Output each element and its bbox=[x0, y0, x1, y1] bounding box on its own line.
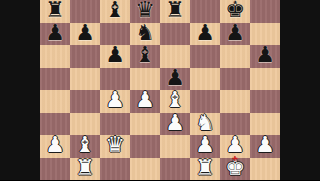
square-e8[interactable]: ♜ bbox=[160, 0, 190, 23]
piece-black-rook: ♜ bbox=[45, 0, 65, 21]
piece-black-pawn: ♟ bbox=[165, 67, 185, 89]
piece-black-bishop: ♝ bbox=[105, 0, 125, 21]
square-d4[interactable]: ♟ bbox=[130, 90, 160, 113]
square-c1[interactable] bbox=[100, 158, 130, 181]
piece-white-pawn: ♟ bbox=[135, 89, 155, 111]
piece-black-knight: ♞ bbox=[135, 22, 155, 44]
square-a7[interactable]: ♟ bbox=[40, 23, 70, 46]
square-a1[interactable] bbox=[40, 158, 70, 181]
square-h1[interactable] bbox=[250, 158, 280, 181]
square-c6[interactable]: ♟ bbox=[100, 45, 130, 68]
square-c8[interactable]: ♝ bbox=[100, 0, 130, 23]
square-a6[interactable] bbox=[40, 45, 70, 68]
piece-white-pawn: ♟ bbox=[105, 89, 125, 111]
square-g5[interactable] bbox=[220, 68, 250, 91]
letterbox-left bbox=[0, 0, 40, 180]
square-a2[interactable]: ♟ bbox=[40, 135, 70, 158]
square-g4[interactable] bbox=[220, 90, 250, 113]
square-a4[interactable] bbox=[40, 90, 70, 113]
piece-black-pawn: ♟ bbox=[225, 22, 245, 44]
piece-black-rook: ♜ bbox=[165, 0, 185, 21]
chess-board: ♜♝♛♜♚♟♟♞♟♟♟♝♟♟♟♟♝♟♞♟♝♛♟♟♟♜♜♚✚ bbox=[40, 0, 280, 180]
square-b1[interactable]: ♜ bbox=[70, 158, 100, 181]
piece-black-pawn: ♟ bbox=[75, 22, 95, 44]
piece-black-queen: ♛ bbox=[135, 0, 155, 21]
square-h8[interactable] bbox=[250, 0, 280, 23]
square-e1[interactable] bbox=[160, 158, 190, 181]
piece-black-bishop: ♝ bbox=[135, 44, 155, 66]
piece-white-rook: ♜ bbox=[195, 157, 215, 179]
square-h2[interactable]: ♟ bbox=[250, 135, 280, 158]
square-e3[interactable]: ♟ bbox=[160, 113, 190, 136]
piece-black-pawn: ♟ bbox=[105, 44, 125, 66]
piece-white-knight: ♞ bbox=[195, 112, 215, 134]
piece-white-queen: ♛ bbox=[105, 134, 125, 156]
square-e2[interactable] bbox=[160, 135, 190, 158]
piece-white-pawn: ♟ bbox=[225, 134, 245, 156]
square-g7[interactable]: ♟ bbox=[220, 23, 250, 46]
letterbox-right bbox=[280, 0, 320, 180]
square-h4[interactable] bbox=[250, 90, 280, 113]
square-b5[interactable] bbox=[70, 68, 100, 91]
piece-white-rook: ♜ bbox=[75, 157, 95, 179]
square-a5[interactable] bbox=[40, 68, 70, 91]
piece-white-pawn: ♟ bbox=[165, 112, 185, 134]
square-f7[interactable]: ♟ bbox=[190, 23, 220, 46]
square-d6[interactable]: ♝ bbox=[130, 45, 160, 68]
square-d2[interactable] bbox=[130, 135, 160, 158]
square-b6[interactable] bbox=[70, 45, 100, 68]
piece-white-pawn: ♟ bbox=[45, 134, 65, 156]
piece-white-bishop: ♝ bbox=[165, 89, 185, 111]
piece-black-pawn: ♟ bbox=[45, 22, 65, 44]
piece-white-pawn: ♟ bbox=[195, 134, 215, 156]
piece-black-pawn: ♟ bbox=[255, 44, 275, 66]
square-h6[interactable]: ♟ bbox=[250, 45, 280, 68]
piece-white-bishop: ♝ bbox=[75, 134, 95, 156]
square-d1[interactable] bbox=[130, 158, 160, 181]
red-cross-icon: ✚ bbox=[232, 156, 238, 163]
piece-white-pawn: ♟ bbox=[255, 134, 275, 156]
square-e7[interactable] bbox=[160, 23, 190, 46]
square-b7[interactable]: ♟ bbox=[70, 23, 100, 46]
piece-black-pawn: ♟ bbox=[195, 22, 215, 44]
square-f6[interactable] bbox=[190, 45, 220, 68]
screenshot-canvas: ♜♝♛♜♚♟♟♞♟♟♟♝♟♟♟♟♝♟♞♟♝♛♟♟♟♜♜♚✚ bbox=[0, 0, 320, 180]
square-f5[interactable] bbox=[190, 68, 220, 91]
square-g6[interactable] bbox=[220, 45, 250, 68]
square-c2[interactable]: ♛ bbox=[100, 135, 130, 158]
square-d3[interactable] bbox=[130, 113, 160, 136]
square-g1[interactable]: ♚✚ bbox=[220, 158, 250, 181]
square-h5[interactable] bbox=[250, 68, 280, 91]
square-f1[interactable]: ♜ bbox=[190, 158, 220, 181]
square-b4[interactable] bbox=[70, 90, 100, 113]
piece-black-king: ♚ bbox=[225, 0, 245, 21]
square-c4[interactable]: ♟ bbox=[100, 90, 130, 113]
